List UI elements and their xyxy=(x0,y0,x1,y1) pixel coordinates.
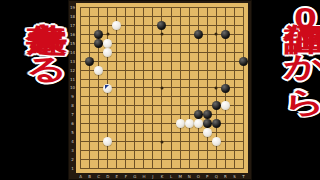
board-cell[interactable] xyxy=(176,3,185,12)
board-cell[interactable] xyxy=(203,66,212,75)
board-cell[interactable] xyxy=(194,101,203,110)
board-cell[interactable] xyxy=(103,164,112,173)
board-cell[interactable] xyxy=(121,155,130,164)
board-cell[interactable] xyxy=(139,48,148,57)
board-cell[interactable] xyxy=(139,57,148,66)
board-cell[interactable] xyxy=(85,84,94,93)
board-cell[interactable] xyxy=(203,146,212,155)
board-cell[interactable] xyxy=(185,164,194,173)
board-cell[interactable] xyxy=(212,57,221,66)
board-cell[interactable] xyxy=(148,66,157,75)
board-cell[interactable] xyxy=(94,39,103,48)
board-cell[interactable] xyxy=(212,128,221,137)
board-cell[interactable] xyxy=(221,57,230,66)
board-cell[interactable] xyxy=(85,12,94,21)
board-cell[interactable] xyxy=(167,92,176,101)
board-cell[interactable] xyxy=(157,3,166,12)
board-cell[interactable] xyxy=(230,3,239,12)
board-cell[interactable] xyxy=(139,146,148,155)
board-cell[interactable] xyxy=(130,110,139,119)
board-cell[interactable] xyxy=(94,128,103,137)
board-cell[interactable] xyxy=(157,66,166,75)
board-cell[interactable] xyxy=(221,75,230,84)
board-cell[interactable] xyxy=(194,48,203,57)
board-cell[interactable] xyxy=(185,12,194,21)
board-cell[interactable] xyxy=(230,21,239,30)
board-cell[interactable] xyxy=(103,128,112,137)
board-cell[interactable] xyxy=(112,155,121,164)
board-cell[interactable] xyxy=(121,84,130,93)
board-cell[interactable] xyxy=(112,48,121,57)
board-cell[interactable] xyxy=(157,119,166,128)
board-cell[interactable] xyxy=(230,48,239,57)
board-cell[interactable] xyxy=(203,101,212,110)
board-cell[interactable] xyxy=(121,12,130,21)
board-cell[interactable] xyxy=(167,128,176,137)
board-cell[interactable] xyxy=(167,101,176,110)
board-cell[interactable] xyxy=(212,92,221,101)
board-cell[interactable] xyxy=(148,84,157,93)
board-cell[interactable] xyxy=(230,92,239,101)
board-cell[interactable] xyxy=(76,57,85,66)
board-cell[interactable] xyxy=(185,30,194,39)
board-cell[interactable] xyxy=(94,75,103,84)
board-cell[interactable] xyxy=(76,92,85,101)
board-cell[interactable] xyxy=(239,119,248,128)
board-cell[interactable] xyxy=(185,84,194,93)
board-cell[interactable] xyxy=(130,92,139,101)
board-cell[interactable] xyxy=(221,3,230,12)
board-cell[interactable] xyxy=(230,128,239,137)
board-cell[interactable] xyxy=(112,21,121,30)
board-cell[interactable] xyxy=(167,30,176,39)
board-cell[interactable] xyxy=(239,92,248,101)
board-cell[interactable] xyxy=(130,119,139,128)
board-cell[interactable] xyxy=(203,21,212,30)
board-cell[interactable] xyxy=(121,39,130,48)
board-cell[interactable] xyxy=(212,155,221,164)
board-cell[interactable] xyxy=(203,12,212,21)
board-cell[interactable] xyxy=(139,155,148,164)
board-cell[interactable] xyxy=(194,75,203,84)
board-cell[interactable] xyxy=(76,21,85,30)
board-cell[interactable] xyxy=(112,30,121,39)
board-cell[interactable] xyxy=(176,57,185,66)
board-cell[interactable] xyxy=(85,110,94,119)
board-cell[interactable] xyxy=(139,21,148,30)
board-cell[interactable] xyxy=(185,146,194,155)
board-cell[interactable] xyxy=(139,3,148,12)
board-cell[interactable] xyxy=(212,66,221,75)
board-cell[interactable] xyxy=(139,101,148,110)
board-cell[interactable] xyxy=(176,75,185,84)
board-cell[interactable] xyxy=(167,12,176,21)
board-cell[interactable] xyxy=(85,137,94,146)
board-cell[interactable] xyxy=(130,128,139,137)
board-cell[interactable] xyxy=(239,30,248,39)
board-cell[interactable] xyxy=(94,146,103,155)
board-cell[interactable] xyxy=(148,21,157,30)
board-cell[interactable] xyxy=(76,66,85,75)
board-cell[interactable] xyxy=(130,39,139,48)
board-cell[interactable] xyxy=(121,92,130,101)
board-cell[interactable] xyxy=(94,66,103,75)
board-cell[interactable] xyxy=(112,66,121,75)
board-cell[interactable] xyxy=(76,75,85,84)
board-cell[interactable] xyxy=(103,119,112,128)
board-cell[interactable] xyxy=(94,84,103,93)
board-cell[interactable] xyxy=(130,66,139,75)
board-cell[interactable] xyxy=(176,92,185,101)
board-cell[interactable] xyxy=(121,164,130,173)
board-cell[interactable] xyxy=(157,101,166,110)
board-cell[interactable] xyxy=(194,155,203,164)
board-cell[interactable] xyxy=(203,84,212,93)
board-cell[interactable] xyxy=(157,21,166,30)
board-cell[interactable] xyxy=(194,92,203,101)
board-cell[interactable] xyxy=(167,155,176,164)
board-cell[interactable] xyxy=(157,155,166,164)
board-cell[interactable] xyxy=(185,119,194,128)
board-cell[interactable] xyxy=(130,155,139,164)
board-cell[interactable] xyxy=(230,30,239,39)
board-cell[interactable] xyxy=(221,146,230,155)
board-cell[interactable] xyxy=(112,146,121,155)
board-cell[interactable] xyxy=(94,12,103,21)
board-cell[interactable] xyxy=(85,92,94,101)
board-cell[interactable] xyxy=(130,21,139,30)
board-cell[interactable] xyxy=(94,137,103,146)
board-cell[interactable] xyxy=(176,101,185,110)
board-cell[interactable] xyxy=(130,30,139,39)
board-cell[interactable] xyxy=(85,3,94,12)
board-cell[interactable] xyxy=(76,30,85,39)
board-cell[interactable] xyxy=(85,21,94,30)
board-cell[interactable] xyxy=(85,39,94,48)
board-cell[interactable] xyxy=(148,146,157,155)
board-cell[interactable] xyxy=(221,110,230,119)
board-cell[interactable] xyxy=(121,101,130,110)
board-cell[interactable] xyxy=(148,155,157,164)
board-cell[interactable] xyxy=(239,84,248,93)
board-cell[interactable] xyxy=(185,57,194,66)
board-cell[interactable] xyxy=(85,164,94,173)
board-cell[interactable] xyxy=(112,110,121,119)
board-cell[interactable] xyxy=(239,155,248,164)
board-cell[interactable] xyxy=(185,39,194,48)
board-cell[interactable] xyxy=(148,12,157,21)
board-cell[interactable] xyxy=(112,137,121,146)
board-cell[interactable] xyxy=(212,21,221,30)
board-cell[interactable] xyxy=(112,164,121,173)
board-cell[interactable] xyxy=(194,39,203,48)
board-cell[interactable] xyxy=(157,146,166,155)
board-cell[interactable] xyxy=(148,3,157,12)
board-cell[interactable] xyxy=(185,48,194,57)
board-cell[interactable] xyxy=(203,155,212,164)
board-cell[interactable] xyxy=(212,48,221,57)
board-cell[interactable] xyxy=(194,164,203,173)
board-cell[interactable] xyxy=(112,57,121,66)
board-cell[interactable] xyxy=(221,92,230,101)
board-cell[interactable] xyxy=(203,164,212,173)
board-cell[interactable] xyxy=(185,92,194,101)
board-cell[interactable] xyxy=(139,128,148,137)
board-cell[interactable] xyxy=(194,21,203,30)
board-cell[interactable] xyxy=(157,48,166,57)
board-cell[interactable] xyxy=(176,146,185,155)
board-cell[interactable] xyxy=(203,128,212,137)
board-cell[interactable] xyxy=(121,137,130,146)
board-cell[interactable] xyxy=(121,128,130,137)
board-cell[interactable] xyxy=(85,66,94,75)
board-cell[interactable] xyxy=(157,128,166,137)
board-cell[interactable] xyxy=(94,164,103,173)
board-cell[interactable] xyxy=(185,101,194,110)
board-cell[interactable] xyxy=(157,57,166,66)
board-cell[interactable] xyxy=(185,128,194,137)
board-cell[interactable] xyxy=(112,12,121,21)
board-cell[interactable] xyxy=(185,110,194,119)
board-cell[interactable] xyxy=(194,128,203,137)
board-cell[interactable] xyxy=(221,137,230,146)
board-cell[interactable] xyxy=(85,30,94,39)
board-cell[interactable] xyxy=(76,155,85,164)
board-cell[interactable] xyxy=(121,110,130,119)
board-cell[interactable] xyxy=(176,155,185,164)
board-cell[interactable] xyxy=(148,30,157,39)
board-cell[interactable] xyxy=(176,137,185,146)
board-cell[interactable] xyxy=(94,92,103,101)
board-cell[interactable] xyxy=(130,146,139,155)
board-cell[interactable] xyxy=(212,146,221,155)
board-cell[interactable] xyxy=(212,101,221,110)
board-cell[interactable] xyxy=(130,101,139,110)
board-cell[interactable] xyxy=(194,66,203,75)
board-cell[interactable] xyxy=(148,137,157,146)
board-cell[interactable] xyxy=(157,12,166,21)
board-cell[interactable] xyxy=(103,146,112,155)
board-cell[interactable] xyxy=(239,75,248,84)
board-cell[interactable] xyxy=(148,128,157,137)
board-cell[interactable] xyxy=(221,12,230,21)
board-cell[interactable] xyxy=(239,110,248,119)
board-cell[interactable] xyxy=(194,12,203,21)
board-cell[interactable] xyxy=(167,164,176,173)
board-cell[interactable] xyxy=(76,12,85,21)
board-cell[interactable] xyxy=(230,119,239,128)
board-cell[interactable] xyxy=(121,146,130,155)
board-cell[interactable] xyxy=(167,137,176,146)
board-cell[interactable] xyxy=(221,155,230,164)
board-cell[interactable] xyxy=(194,146,203,155)
board-cell[interactable] xyxy=(167,39,176,48)
board-cell[interactable] xyxy=(230,57,239,66)
board-cell[interactable] xyxy=(194,84,203,93)
board-cell[interactable] xyxy=(203,39,212,48)
board-cell[interactable] xyxy=(157,30,166,39)
board-cell[interactable] xyxy=(221,39,230,48)
board-cell[interactable] xyxy=(94,48,103,57)
board-cell[interactable] xyxy=(230,155,239,164)
board-cell[interactable] xyxy=(112,119,121,128)
board-cell[interactable] xyxy=(148,57,157,66)
board-cell[interactable] xyxy=(167,66,176,75)
board-cell[interactable] xyxy=(148,75,157,84)
board-cell[interactable] xyxy=(212,84,221,93)
board-cell[interactable] xyxy=(239,21,248,30)
board-cell[interactable] xyxy=(185,137,194,146)
board-cell[interactable] xyxy=(230,110,239,119)
board-cell[interactable] xyxy=(85,75,94,84)
board-cell[interactable] xyxy=(167,75,176,84)
board-cell[interactable] xyxy=(76,110,85,119)
board-cell[interactable] xyxy=(139,84,148,93)
board-cell[interactable] xyxy=(221,119,230,128)
board-cell[interactable] xyxy=(103,110,112,119)
board-cell[interactable] xyxy=(221,21,230,30)
board-cell[interactable] xyxy=(139,92,148,101)
board-cell[interactable] xyxy=(121,30,130,39)
board-cell[interactable] xyxy=(221,128,230,137)
board-cell[interactable] xyxy=(94,3,103,12)
board-cell[interactable] xyxy=(176,164,185,173)
board-cell[interactable] xyxy=(76,48,85,57)
board-cell[interactable] xyxy=(130,48,139,57)
board-cell[interactable] xyxy=(221,164,230,173)
board-cell[interactable] xyxy=(167,84,176,93)
board-cell[interactable] xyxy=(103,137,112,146)
board-cell[interactable] xyxy=(176,119,185,128)
board-cell[interactable] xyxy=(176,128,185,137)
board-cell[interactable] xyxy=(203,119,212,128)
board-cell[interactable] xyxy=(139,66,148,75)
board-cell[interactable] xyxy=(203,48,212,57)
board-cell[interactable] xyxy=(103,39,112,48)
board-cell[interactable] xyxy=(185,155,194,164)
board-cell[interactable] xyxy=(85,48,94,57)
board-cell[interactable] xyxy=(221,48,230,57)
board-cell[interactable] xyxy=(239,164,248,173)
board-cell[interactable] xyxy=(103,155,112,164)
board-cell[interactable] xyxy=(139,12,148,21)
board-cell[interactable] xyxy=(212,137,221,146)
board-cell[interactable] xyxy=(194,119,203,128)
board-cell[interactable] xyxy=(157,137,166,146)
board-cell[interactable] xyxy=(130,137,139,146)
board-cell[interactable] xyxy=(167,48,176,57)
board-cell[interactable] xyxy=(94,110,103,119)
board-cell[interactable] xyxy=(121,3,130,12)
board-cell[interactable] xyxy=(85,128,94,137)
board-cell[interactable] xyxy=(76,101,85,110)
board-cell[interactable] xyxy=(212,75,221,84)
board-cell[interactable] xyxy=(239,12,248,21)
board-cell[interactable] xyxy=(194,57,203,66)
board-cell[interactable] xyxy=(212,12,221,21)
board-cell[interactable] xyxy=(112,39,121,48)
board-cell[interactable] xyxy=(94,57,103,66)
board-cell[interactable] xyxy=(239,101,248,110)
board-cell[interactable] xyxy=(139,30,148,39)
board-cell[interactable] xyxy=(176,84,185,93)
board-cell[interactable] xyxy=(94,21,103,30)
board-cell[interactable] xyxy=(85,146,94,155)
board-cell[interactable] xyxy=(185,66,194,75)
board-cell[interactable] xyxy=(103,48,112,57)
board-cell[interactable] xyxy=(230,75,239,84)
board-cell[interactable] xyxy=(185,75,194,84)
board-cell[interactable] xyxy=(139,110,148,119)
board-cell[interactable] xyxy=(157,110,166,119)
board-cell[interactable] xyxy=(203,75,212,84)
board-cell[interactable] xyxy=(157,75,166,84)
board-cell[interactable] xyxy=(157,39,166,48)
board-cell[interactable] xyxy=(121,21,130,30)
board-cell[interactable] xyxy=(212,3,221,12)
board-cell[interactable] xyxy=(139,137,148,146)
board-cell[interactable] xyxy=(230,164,239,173)
board-cell[interactable] xyxy=(103,75,112,84)
board-cell[interactable] xyxy=(176,110,185,119)
board-cell[interactable] xyxy=(85,119,94,128)
board-cell[interactable] xyxy=(103,3,112,12)
board-cell[interactable] xyxy=(76,164,85,173)
board-cell[interactable] xyxy=(121,119,130,128)
board-cell[interactable] xyxy=(239,48,248,57)
board-cell[interactable] xyxy=(212,164,221,173)
board-cell[interactable] xyxy=(112,101,121,110)
board-cell[interactable] xyxy=(239,57,248,66)
board-cell[interactable] xyxy=(212,119,221,128)
board-cell[interactable] xyxy=(203,57,212,66)
board-cell[interactable] xyxy=(94,101,103,110)
board-cell[interactable] xyxy=(112,75,121,84)
board-cell[interactable] xyxy=(112,3,121,12)
board-cell[interactable] xyxy=(157,92,166,101)
board-cell[interactable] xyxy=(76,137,85,146)
board-cell[interactable] xyxy=(157,84,166,93)
board-cell[interactable] xyxy=(203,110,212,119)
board-cell[interactable] xyxy=(139,119,148,128)
board-cell[interactable] xyxy=(148,110,157,119)
board-cell[interactable] xyxy=(176,66,185,75)
board-cell[interactable] xyxy=(167,146,176,155)
board-cell[interactable] xyxy=(212,110,221,119)
board-cell[interactable] xyxy=(148,48,157,57)
board-cell[interactable] xyxy=(103,30,112,39)
board-cell[interactable] xyxy=(167,119,176,128)
board-cell[interactable] xyxy=(176,21,185,30)
board-cell[interactable] xyxy=(130,164,139,173)
board-cell[interactable] xyxy=(148,39,157,48)
board-cell[interactable] xyxy=(212,39,221,48)
board-cell[interactable] xyxy=(85,57,94,66)
board-cell[interactable] xyxy=(203,30,212,39)
board-cell[interactable] xyxy=(176,30,185,39)
board-cell[interactable] xyxy=(239,3,248,12)
board-cell[interactable] xyxy=(103,57,112,66)
board-cell[interactable] xyxy=(230,66,239,75)
board-cell[interactable] xyxy=(85,155,94,164)
board-cell[interactable] xyxy=(148,92,157,101)
board-cell[interactable] xyxy=(230,101,239,110)
board-cell[interactable] xyxy=(239,39,248,48)
board-cell[interactable] xyxy=(130,84,139,93)
board-cell[interactable] xyxy=(221,84,230,93)
board-cell[interactable] xyxy=(239,128,248,137)
board-cell[interactable] xyxy=(121,57,130,66)
